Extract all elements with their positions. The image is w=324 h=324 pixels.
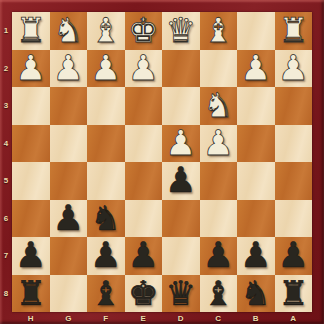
- square-h2[interactable]: ♟: [12, 50, 50, 88]
- piece-white-pawn[interactable]: ♟: [203, 125, 234, 163]
- rank-label-6: 6: [0, 200, 12, 238]
- piece-black-knight[interactable]: ♞: [241, 275, 271, 313]
- square-d2[interactable]: [162, 50, 200, 88]
- square-e8[interactable]: ♚: [125, 275, 163, 313]
- square-g7[interactable]: [50, 237, 88, 275]
- piece-white-pawn[interactable]: ♟: [278, 50, 309, 88]
- piece-white-pawn[interactable]: ♟: [15, 50, 46, 88]
- file-label-a: A: [275, 312, 313, 324]
- piece-black-pawn[interactable]: ♟: [128, 237, 159, 275]
- file-label-h: H: [12, 312, 50, 324]
- piece-black-bishop[interactable]: ♝: [91, 275, 121, 313]
- square-e5[interactable]: [125, 162, 163, 200]
- piece-black-rook[interactable]: ♜: [16, 275, 46, 313]
- file-label-g: G: [50, 312, 88, 324]
- rank-label-5: 5: [0, 162, 12, 200]
- square-a5[interactable]: [275, 162, 313, 200]
- square-b8[interactable]: ♞: [237, 275, 275, 313]
- square-d1[interactable]: ♛: [162, 12, 200, 50]
- square-a7[interactable]: ♟: [275, 237, 313, 275]
- square-b4[interactable]: [237, 125, 275, 163]
- rank-label-1: 1: [0, 12, 12, 50]
- piece-white-queen[interactable]: ♛: [166, 12, 196, 50]
- square-g4[interactable]: [50, 125, 88, 163]
- square-g1[interactable]: ♞: [50, 12, 88, 50]
- square-h1[interactable]: ♜: [12, 12, 50, 50]
- square-h8[interactable]: ♜: [12, 275, 50, 313]
- file-label-c: C: [200, 312, 238, 324]
- piece-black-bishop[interactable]: ♝: [203, 275, 233, 313]
- square-d7[interactable]: [162, 237, 200, 275]
- square-c3[interactable]: ♞: [200, 87, 238, 125]
- rank-coordinates: 12345678: [0, 12, 12, 312]
- piece-white-knight[interactable]: ♞: [53, 12, 83, 50]
- square-e1[interactable]: ♚: [125, 12, 163, 50]
- square-d3[interactable]: [162, 87, 200, 125]
- square-g3[interactable]: [50, 87, 88, 125]
- square-b5[interactable]: [237, 162, 275, 200]
- piece-white-pawn[interactable]: ♟: [240, 50, 271, 88]
- square-e2[interactable]: ♟: [125, 50, 163, 88]
- file-coordinates: HGFEDCBA: [12, 312, 312, 324]
- square-f4[interactable]: [87, 125, 125, 163]
- square-e7[interactable]: ♟: [125, 237, 163, 275]
- rank-label-4: 4: [0, 125, 12, 163]
- square-f1[interactable]: ♝: [87, 12, 125, 50]
- square-a1[interactable]: ♜: [275, 12, 313, 50]
- square-g2[interactable]: ♟: [50, 50, 88, 88]
- piece-white-pawn[interactable]: ♟: [90, 50, 121, 88]
- square-h5[interactable]: [12, 162, 50, 200]
- chess-board: ♜♞♝♚♛♝♜♟♟♟♟♟♟♞♟♟♟♟♞♟♟♟♟♟♟♜♝♚♛♝♞♜: [12, 12, 312, 312]
- rank-label-3: 3: [0, 87, 12, 125]
- piece-white-bishop[interactable]: ♝: [203, 12, 233, 50]
- file-label-e: E: [125, 312, 163, 324]
- square-a3[interactable]: [275, 87, 313, 125]
- piece-white-rook[interactable]: ♜: [16, 12, 46, 50]
- square-b6[interactable]: [237, 200, 275, 238]
- square-b1[interactable]: [237, 12, 275, 50]
- square-b2[interactable]: ♟: [237, 50, 275, 88]
- piece-black-pawn[interactable]: ♟: [203, 237, 234, 275]
- square-d4[interactable]: ♟: [162, 125, 200, 163]
- piece-white-king[interactable]: ♚: [128, 12, 158, 50]
- square-d8[interactable]: ♛: [162, 275, 200, 313]
- square-e3[interactable]: [125, 87, 163, 125]
- square-h3[interactable]: [12, 87, 50, 125]
- square-a8[interactable]: ♜: [275, 275, 313, 313]
- piece-white-pawn[interactable]: ♟: [165, 125, 196, 163]
- rank-label-2: 2: [0, 50, 12, 88]
- file-label-f: F: [87, 312, 125, 324]
- square-a4[interactable]: [275, 125, 313, 163]
- piece-black-rook[interactable]: ♜: [278, 275, 308, 313]
- square-f7[interactable]: ♟: [87, 237, 125, 275]
- piece-black-pawn[interactable]: ♟: [90, 237, 121, 275]
- square-a2[interactable]: ♟: [275, 50, 313, 88]
- square-c8[interactable]: ♝: [200, 275, 238, 313]
- piece-white-knight[interactable]: ♞: [203, 87, 233, 125]
- piece-white-rook[interactable]: ♜: [278, 12, 308, 50]
- square-f3[interactable]: [87, 87, 125, 125]
- piece-black-knight[interactable]: ♞: [91, 200, 121, 238]
- board-frame: 12345678 HGFEDCBA ♜♞♝♚♛♝♜♟♟♟♟♟♟♞♟♟♟♟♞♟♟♟…: [0, 0, 324, 324]
- piece-black-pawn[interactable]: ♟: [15, 237, 46, 275]
- square-c5[interactable]: [200, 162, 238, 200]
- piece-black-king[interactable]: ♚: [128, 275, 158, 313]
- square-b3[interactable]: [237, 87, 275, 125]
- piece-black-pawn[interactable]: ♟: [53, 200, 84, 238]
- piece-black-pawn[interactable]: ♟: [278, 237, 309, 275]
- square-c2[interactable]: [200, 50, 238, 88]
- square-c7[interactable]: ♟: [200, 237, 238, 275]
- square-e6[interactable]: [125, 200, 163, 238]
- square-f8[interactable]: ♝: [87, 275, 125, 313]
- square-c4[interactable]: ♟: [200, 125, 238, 163]
- square-c6[interactable]: [200, 200, 238, 238]
- square-b7[interactable]: ♟: [237, 237, 275, 275]
- square-d5[interactable]: ♟: [162, 162, 200, 200]
- square-f2[interactable]: ♟: [87, 50, 125, 88]
- piece-black-pawn[interactable]: ♟: [240, 237, 271, 275]
- square-g5[interactable]: [50, 162, 88, 200]
- square-h7[interactable]: ♟: [12, 237, 50, 275]
- file-label-d: D: [162, 312, 200, 324]
- square-h6[interactable]: [12, 200, 50, 238]
- square-f6[interactable]: ♞: [87, 200, 125, 238]
- square-g8[interactable]: [50, 275, 88, 313]
- square-g6[interactable]: ♟: [50, 200, 88, 238]
- square-a6[interactable]: [275, 200, 313, 238]
- rank-label-7: 7: [0, 237, 12, 275]
- piece-white-pawn[interactable]: ♟: [128, 50, 159, 88]
- piece-black-pawn[interactable]: ♟: [165, 162, 196, 200]
- piece-white-bishop[interactable]: ♝: [91, 12, 121, 50]
- square-c1[interactable]: ♝: [200, 12, 238, 50]
- piece-white-pawn[interactable]: ♟: [53, 50, 84, 88]
- square-h4[interactable]: [12, 125, 50, 163]
- piece-black-queen[interactable]: ♛: [166, 275, 196, 313]
- file-label-b: B: [237, 312, 275, 324]
- square-f5[interactable]: [87, 162, 125, 200]
- rank-label-8: 8: [0, 275, 12, 313]
- square-e4[interactable]: [125, 125, 163, 163]
- square-d6[interactable]: [162, 200, 200, 238]
